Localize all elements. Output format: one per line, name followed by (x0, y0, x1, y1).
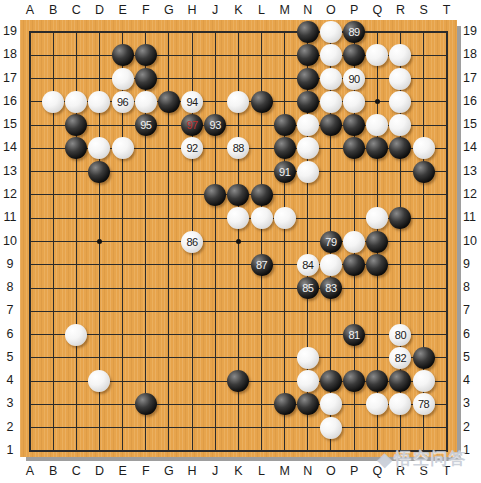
stone-O19 (320, 21, 342, 43)
row-label-left: 3 (0, 396, 20, 410)
stone-P6: 81 (343, 324, 365, 346)
col-label-top: K (229, 3, 247, 17)
stone-Q15 (366, 114, 388, 136)
stone-G16 (158, 91, 180, 113)
move-number: 84 (297, 254, 319, 276)
stone-C15 (65, 114, 87, 136)
row-label-left: 14 (0, 140, 20, 154)
stone-K11 (227, 207, 249, 229)
col-label-bottom: S (415, 464, 433, 478)
stone-N19 (297, 21, 319, 43)
move-number: 80 (389, 324, 411, 346)
col-label-bottom: D (90, 464, 108, 478)
stone-N17 (297, 68, 319, 90)
stone-Q4 (366, 370, 388, 392)
col-label-bottom: O (322, 464, 340, 478)
col-label-bottom: J (206, 464, 224, 478)
stone-P19: 89 (343, 21, 365, 43)
row-label-right: 11 (463, 210, 481, 224)
row-label-left: 12 (0, 187, 20, 201)
move-number: 92 (181, 137, 203, 159)
stone-O15 (320, 114, 342, 136)
grid-line-horizontal (29, 357, 448, 358)
stone-P10 (343, 231, 365, 253)
col-label-top: B (44, 3, 62, 17)
col-label-top: F (137, 3, 155, 17)
stone-R18 (389, 44, 411, 66)
row-label-left: 17 (0, 71, 20, 85)
stone-B16 (42, 91, 64, 113)
col-label-bottom: L (253, 464, 271, 478)
col-label-top: R (391, 3, 409, 17)
stone-Q18 (366, 44, 388, 66)
stone-N14 (297, 137, 319, 159)
row-label-left: 19 (0, 24, 20, 38)
move-number: 78 (413, 393, 435, 415)
move-number: 88 (227, 137, 249, 159)
col-label-top: J (206, 3, 224, 17)
stone-H16: 94 (181, 91, 203, 113)
stone-L9: 87 (251, 254, 273, 276)
row-label-left: 1 (0, 443, 20, 457)
stone-R14 (389, 137, 411, 159)
stone-F18 (135, 44, 157, 66)
move-number: 91 (274, 161, 296, 183)
stone-O18 (320, 44, 342, 66)
row-label-left: 16 (0, 94, 20, 108)
col-label-bottom: H (183, 464, 201, 478)
stone-K16 (227, 91, 249, 113)
stone-M15 (274, 114, 296, 136)
row-label-right: 9 (463, 257, 481, 271)
star-point (375, 99, 380, 104)
row-label-left: 13 (0, 164, 20, 178)
stone-D16 (88, 91, 110, 113)
stone-R15 (389, 114, 411, 136)
stone-M3 (274, 393, 296, 415)
stone-M14 (274, 137, 296, 159)
stone-R6: 80 (389, 324, 411, 346)
row-label-right: 3 (463, 396, 481, 410)
col-label-bottom: F (137, 464, 155, 478)
row-label-right: 5 (463, 350, 481, 364)
row-label-right: 6 (463, 327, 481, 341)
move-number: 97 (181, 114, 203, 136)
row-label-left: 2 (0, 420, 20, 434)
stone-N9: 84 (297, 254, 319, 276)
stone-K14: 88 (227, 137, 249, 159)
row-label-right: 14 (463, 140, 481, 154)
stone-R17 (389, 68, 411, 90)
stone-O17 (320, 68, 342, 90)
col-label-top: D (90, 3, 108, 17)
stone-R11 (389, 207, 411, 229)
row-label-left: 4 (0, 373, 20, 387)
stone-O8: 83 (320, 277, 342, 299)
col-label-bottom: N (299, 464, 317, 478)
grid-line-vertical (284, 31, 285, 452)
row-label-right: 1 (463, 443, 481, 457)
stone-L11 (251, 207, 273, 229)
col-label-bottom: G (160, 464, 178, 478)
col-label-top: H (183, 3, 201, 17)
stone-M13: 91 (274, 161, 296, 183)
row-label-left: 7 (0, 303, 20, 317)
row-label-left: 6 (0, 327, 20, 341)
row-label-right: 19 (463, 24, 481, 38)
row-label-right: 10 (463, 234, 481, 248)
stone-C16 (65, 91, 87, 113)
stone-F17 (135, 68, 157, 90)
stone-Q11 (366, 207, 388, 229)
stone-O4 (320, 370, 342, 392)
stone-P14 (343, 137, 365, 159)
star-point (236, 239, 241, 244)
col-label-bottom: P (345, 464, 363, 478)
stone-Q14 (366, 137, 388, 159)
col-label-top: O (322, 3, 340, 17)
row-label-right: 16 (463, 94, 481, 108)
row-label-left: 15 (0, 117, 20, 131)
row-label-left: 11 (0, 210, 20, 224)
row-label-right: 7 (463, 303, 481, 317)
grid-line-horizontal (29, 334, 448, 335)
stone-E18 (112, 44, 134, 66)
grid-line-horizontal (29, 311, 448, 312)
go-diagram: 8995979391798785838190969492888684808278… (0, 0, 481, 483)
stone-M11 (274, 207, 296, 229)
stone-S4 (413, 370, 435, 392)
col-label-top: G (160, 3, 178, 17)
row-label-right: 15 (463, 117, 481, 131)
stone-R5: 82 (389, 347, 411, 369)
col-label-bottom: E (114, 464, 132, 478)
col-label-top: M (276, 3, 294, 17)
row-label-left: 5 (0, 350, 20, 364)
row-label-right: 17 (463, 71, 481, 85)
stone-N4 (297, 370, 319, 392)
stone-P17: 90 (343, 68, 365, 90)
stone-F3 (135, 393, 157, 415)
stone-J15: 93 (204, 114, 226, 136)
stone-D4 (88, 370, 110, 392)
stone-S14 (413, 137, 435, 159)
stone-O2 (320, 417, 342, 439)
col-label-top: L (253, 3, 271, 17)
col-label-top: C (67, 3, 85, 17)
stone-P18 (343, 44, 365, 66)
star-point (97, 239, 102, 244)
row-label-right: 18 (463, 47, 481, 61)
stone-P16 (343, 91, 365, 113)
stone-P9 (343, 254, 365, 276)
move-number: 85 (297, 277, 319, 299)
col-label-bottom: C (67, 464, 85, 478)
row-label-right: 4 (463, 373, 481, 387)
stone-O9 (320, 254, 342, 276)
go-board: 8995979391798785838190969492888684808278 (20, 20, 457, 457)
move-number: 87 (251, 254, 273, 276)
col-label-bottom: M (276, 464, 294, 478)
stone-H10: 86 (181, 231, 203, 253)
stone-N18 (297, 44, 319, 66)
row-label-left: 8 (0, 280, 20, 294)
stone-N15 (297, 114, 319, 136)
col-label-top: A (21, 3, 39, 17)
stone-N3 (297, 393, 319, 415)
row-label-right: 8 (463, 280, 481, 294)
stone-N13 (297, 161, 319, 183)
move-number: 93 (204, 114, 226, 136)
col-label-top: P (345, 3, 363, 17)
stone-D14 (88, 137, 110, 159)
stone-O16 (320, 91, 342, 113)
stone-D13 (88, 161, 110, 183)
stone-E14 (112, 137, 134, 159)
col-label-top: T (438, 3, 456, 17)
stone-R16 (389, 91, 411, 113)
stone-N16 (297, 91, 319, 113)
stone-C14 (65, 137, 87, 159)
stone-L12 (251, 184, 273, 206)
move-number: 82 (389, 347, 411, 369)
row-label-right: 13 (463, 164, 481, 178)
move-number: 89 (343, 21, 365, 43)
move-number: 96 (112, 91, 134, 113)
col-label-bottom: Q (368, 464, 386, 478)
stone-E16: 96 (112, 91, 134, 113)
grid-line-horizontal (29, 450, 448, 452)
stone-H15: 97 (181, 114, 203, 136)
col-label-top: S (415, 3, 433, 17)
row-label-left: 9 (0, 257, 20, 271)
stone-R3 (389, 393, 411, 415)
grid-line-vertical (446, 31, 448, 452)
col-label-bottom: B (44, 464, 62, 478)
stone-C6 (65, 324, 87, 346)
col-label-bottom: A (21, 464, 39, 478)
row-label-left: 10 (0, 234, 20, 248)
stone-S13 (413, 161, 435, 183)
stone-O10: 79 (320, 231, 342, 253)
stone-F15: 95 (135, 114, 157, 136)
stone-E17 (112, 68, 134, 90)
move-number: 83 (320, 277, 342, 299)
col-label-top: E (114, 3, 132, 17)
stone-S3: 78 (413, 393, 435, 415)
stone-S5 (413, 347, 435, 369)
col-label-bottom: K (229, 464, 247, 478)
move-number: 79 (320, 231, 342, 253)
stone-K12 (227, 184, 249, 206)
move-number: 94 (181, 91, 203, 113)
stone-P4 (343, 370, 365, 392)
stone-Q3 (366, 393, 388, 415)
move-number: 86 (181, 231, 203, 253)
stone-N8: 85 (297, 277, 319, 299)
stone-H14: 92 (181, 137, 203, 159)
grid-line-horizontal (29, 288, 448, 289)
grid-line-horizontal (29, 427, 448, 428)
move-number: 81 (343, 324, 365, 346)
stone-F16 (135, 91, 157, 113)
row-label-right: 2 (463, 420, 481, 434)
col-label-bottom: R (391, 464, 409, 478)
move-number: 90 (343, 68, 365, 90)
row-label-left: 18 (0, 47, 20, 61)
move-number: 95 (135, 114, 157, 136)
stone-N5 (297, 347, 319, 369)
col-label-top: N (299, 3, 317, 17)
stone-O3 (320, 393, 342, 415)
stone-J12 (204, 184, 226, 206)
stone-P15 (343, 114, 365, 136)
stone-R4 (389, 370, 411, 392)
stone-Q10 (366, 231, 388, 253)
col-label-top: Q (368, 3, 386, 17)
stone-K4 (227, 370, 249, 392)
stone-L16 (251, 91, 273, 113)
row-label-right: 12 (463, 187, 481, 201)
stone-Q9 (366, 254, 388, 276)
col-label-bottom: T (438, 464, 456, 478)
